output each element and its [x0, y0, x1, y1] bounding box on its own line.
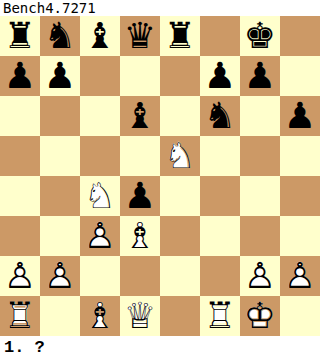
square-f4[interactable] — [200, 176, 240, 216]
piece-white-queen[interactable]: ♛♕ — [120, 296, 160, 336]
square-e2[interactable] — [160, 256, 200, 296]
piece-white-outline: ♗ — [120, 216, 160, 256]
piece-white-outline: ♘ — [160, 136, 200, 176]
piece-white-bishop[interactable]: ♝♗ — [120, 216, 160, 256]
square-a4[interactable] — [0, 176, 40, 216]
piece-white-pawn[interactable]: ♟♙ — [80, 216, 120, 256]
piece-black-glyph: ♟ — [40, 56, 80, 96]
piece-black-pawn[interactable]: ♟ — [120, 176, 160, 216]
square-a8[interactable]: ♜ — [0, 16, 40, 56]
chess-board: ♜♞♝♛♜♚♟♟♟♟♝♞♟♞♘♞♘♟♟♙♝♗♟♙♟♙♟♙♟♙♜♖♝♗♛♕♜♖♚♔ — [0, 16, 320, 336]
piece-white-outline: ♙ — [40, 256, 80, 296]
piece-black-pawn[interactable]: ♟ — [0, 56, 40, 96]
piece-black-knight[interactable]: ♞ — [200, 96, 240, 136]
square-h5[interactable] — [280, 136, 320, 176]
piece-white-bishop[interactable]: ♝♗ — [80, 296, 120, 336]
square-f1[interactable]: ♜♖ — [200, 296, 240, 336]
piece-white-pawn[interactable]: ♟♙ — [240, 256, 280, 296]
square-d8[interactable]: ♛ — [120, 16, 160, 56]
square-h3[interactable] — [280, 216, 320, 256]
piece-black-glyph: ♟ — [240, 56, 280, 96]
square-c7[interactable] — [80, 56, 120, 96]
square-h2[interactable]: ♟♙ — [280, 256, 320, 296]
piece-black-bishop[interactable]: ♝ — [80, 16, 120, 56]
piece-white-outline: ♙ — [80, 216, 120, 256]
piece-black-pawn[interactable]: ♟ — [240, 56, 280, 96]
square-b1[interactable] — [40, 296, 80, 336]
piece-white-pawn[interactable]: ♟♙ — [280, 256, 320, 296]
square-f5[interactable] — [200, 136, 240, 176]
title-bar: Bench4.7271 — [0, 0, 320, 16]
square-a2[interactable]: ♟♙ — [0, 256, 40, 296]
square-f8[interactable] — [200, 16, 240, 56]
square-a7[interactable]: ♟ — [0, 56, 40, 96]
piece-black-glyph: ♜ — [0, 16, 40, 56]
piece-black-glyph: ♟ — [200, 56, 240, 96]
piece-black-knight[interactable]: ♞ — [40, 16, 80, 56]
square-c5[interactable] — [80, 136, 120, 176]
square-a6[interactable] — [0, 96, 40, 136]
square-d2[interactable] — [120, 256, 160, 296]
square-e7[interactable] — [160, 56, 200, 96]
square-a1[interactable]: ♜♖ — [0, 296, 40, 336]
piece-black-king[interactable]: ♚ — [240, 16, 280, 56]
piece-black-glyph: ♟ — [0, 56, 40, 96]
piece-black-rook[interactable]: ♜ — [160, 16, 200, 56]
piece-black-glyph: ♛ — [120, 16, 160, 56]
piece-black-queen[interactable]: ♛ — [120, 16, 160, 56]
square-c2[interactable] — [80, 256, 120, 296]
position-title: Bench4.7271 — [3, 0, 96, 16]
square-b6[interactable] — [40, 96, 80, 136]
square-g3[interactable] — [240, 216, 280, 256]
square-a5[interactable] — [0, 136, 40, 176]
piece-black-glyph: ♝ — [120, 96, 160, 136]
piece-white-pawn[interactable]: ♟♙ — [0, 256, 40, 296]
square-f7[interactable]: ♟ — [200, 56, 240, 96]
piece-black-glyph: ♟ — [280, 96, 320, 136]
square-b5[interactable] — [40, 136, 80, 176]
square-g7[interactable]: ♟ — [240, 56, 280, 96]
piece-black-glyph: ♟ — [120, 176, 160, 216]
piece-white-king[interactable]: ♚♔ — [240, 296, 280, 336]
square-b7[interactable]: ♟ — [40, 56, 80, 96]
square-b3[interactable] — [40, 216, 80, 256]
square-h4[interactable] — [280, 176, 320, 216]
square-e6[interactable] — [160, 96, 200, 136]
square-e8[interactable]: ♜ — [160, 16, 200, 56]
piece-black-bishop[interactable]: ♝ — [120, 96, 160, 136]
piece-black-rook[interactable]: ♜ — [0, 16, 40, 56]
square-e4[interactable] — [160, 176, 200, 216]
piece-white-outline: ♕ — [120, 296, 160, 336]
square-h6[interactable]: ♟ — [280, 96, 320, 136]
square-a3[interactable] — [0, 216, 40, 256]
square-f6[interactable]: ♞ — [200, 96, 240, 136]
piece-black-pawn[interactable]: ♟ — [280, 96, 320, 136]
square-g5[interactable] — [240, 136, 280, 176]
square-d7[interactable] — [120, 56, 160, 96]
piece-white-outline: ♖ — [200, 296, 240, 336]
square-c4[interactable]: ♞♘ — [80, 176, 120, 216]
square-d3[interactable]: ♝♗ — [120, 216, 160, 256]
piece-white-outline: ♙ — [240, 256, 280, 296]
square-d1[interactable]: ♛♕ — [120, 296, 160, 336]
square-d4[interactable]: ♟ — [120, 176, 160, 216]
piece-white-knight[interactable]: ♞♘ — [160, 136, 200, 176]
square-f3[interactable] — [200, 216, 240, 256]
piece-black-pawn[interactable]: ♟ — [200, 56, 240, 96]
chess-app-window: Bench4.7271 ♜♞♝♛♜♚♟♟♟♟♝♞♟♞♘♞♘♟♟♙♝♗♟♙♟♙♟♙… — [0, 0, 320, 360]
piece-white-knight[interactable]: ♞♘ — [80, 176, 120, 216]
square-b4[interactable] — [40, 176, 80, 216]
square-d6[interactable]: ♝ — [120, 96, 160, 136]
square-c6[interactable] — [80, 96, 120, 136]
square-e5[interactable]: ♞♘ — [160, 136, 200, 176]
status-bar: 1. ? — [0, 336, 320, 360]
square-h7[interactable] — [280, 56, 320, 96]
square-c8[interactable]: ♝ — [80, 16, 120, 56]
square-g1[interactable]: ♚♔ — [240, 296, 280, 336]
piece-white-outline: ♙ — [0, 256, 40, 296]
square-b8[interactable]: ♞ — [40, 16, 80, 56]
piece-black-glyph: ♝ — [80, 16, 120, 56]
piece-white-rook[interactable]: ♜♖ — [200, 296, 240, 336]
square-c1[interactable]: ♝♗ — [80, 296, 120, 336]
piece-white-outline: ♙ — [280, 256, 320, 296]
square-b2[interactable]: ♟♙ — [40, 256, 80, 296]
square-d5[interactable] — [120, 136, 160, 176]
square-e1[interactable] — [160, 296, 200, 336]
piece-black-glyph: ♞ — [40, 16, 80, 56]
square-f2[interactable] — [200, 256, 240, 296]
piece-white-outline: ♖ — [0, 296, 40, 336]
square-g8[interactable]: ♚ — [240, 16, 280, 56]
piece-white-outline: ♗ — [80, 296, 120, 336]
square-g6[interactable] — [240, 96, 280, 136]
move-prompt: 1. ? — [4, 336, 45, 360]
piece-white-pawn[interactable]: ♟♙ — [40, 256, 80, 296]
square-e3[interactable] — [160, 216, 200, 256]
square-h8[interactable] — [280, 16, 320, 56]
piece-white-outline: ♘ — [80, 176, 120, 216]
piece-black-glyph: ♜ — [160, 16, 200, 56]
square-g2[interactable]: ♟♙ — [240, 256, 280, 296]
square-g4[interactable] — [240, 176, 280, 216]
square-c3[interactable]: ♟♙ — [80, 216, 120, 256]
square-h1[interactable] — [280, 296, 320, 336]
piece-white-outline: ♔ — [240, 296, 280, 336]
piece-black-glyph: ♞ — [200, 96, 240, 136]
piece-black-pawn[interactable]: ♟ — [40, 56, 80, 96]
piece-white-rook[interactable]: ♜♖ — [0, 296, 40, 336]
piece-black-glyph: ♚ — [240, 16, 280, 56]
